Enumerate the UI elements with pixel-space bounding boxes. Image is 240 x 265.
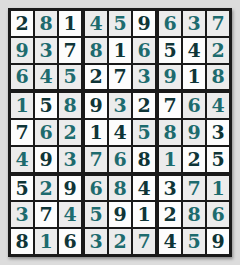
sudoku-cell-r9c5[interactable]: 2 [109,229,131,254]
sudoku-cell-r5c4[interactable]: 1 [85,120,107,145]
sudoku-cell-r7c2[interactable]: 2 [35,176,57,201]
sudoku-cell-r9c2[interactable]: 1 [35,229,57,254]
sudoku-cell-r9c8[interactable]: 5 [183,229,205,254]
sudoku-cell-r4c2[interactable]: 5 [35,93,57,118]
sudoku-box-1: 281937645 [11,11,81,89]
sudoku-cell-r4c6[interactable]: 2 [133,93,155,118]
sudoku-cell-r5c6[interactable]: 5 [133,120,155,145]
sudoku-cell-r9c9[interactable]: 9 [207,229,229,254]
sudoku-cell-r6c7[interactable]: 1 [159,147,181,172]
sudoku-cell-r9c7[interactable]: 4 [159,229,181,254]
sudoku-cell-r5c3[interactable]: 2 [59,120,81,145]
sudoku-box-5: 932145768 [85,93,155,171]
sudoku-cell-r7c6[interactable]: 4 [133,176,155,201]
sudoku-cell-r3c9[interactable]: 8 [207,65,229,90]
sudoku-box-8: 684591327 [85,176,155,254]
sudoku-cell-r3c4[interactable]: 2 [85,65,107,90]
sudoku-cell-r9c3[interactable]: 6 [59,229,81,254]
sudoku-cell-r8c6[interactable]: 1 [133,202,155,227]
sudoku-box-6: 764893125 [159,93,229,171]
sudoku-cell-r4c8[interactable]: 6 [183,93,205,118]
sudoku-cell-r1c1[interactable]: 2 [11,11,33,36]
sudoku-box-3: 637542918 [159,11,229,89]
sudoku-cell-r1c5[interactable]: 5 [109,11,131,36]
sudoku-cell-r2c1[interactable]: 9 [11,38,33,63]
sudoku-cell-r5c7[interactable]: 8 [159,120,181,145]
sudoku-cell-r4c5[interactable]: 3 [109,93,131,118]
sudoku-box-4: 158762493 [11,93,81,171]
sudoku-cell-r9c1[interactable]: 8 [11,229,33,254]
sudoku-cell-r1c2[interactable]: 8 [35,11,57,36]
sudoku-cell-r5c2[interactable]: 6 [35,120,57,145]
sudoku-cell-r6c9[interactable]: 5 [207,147,229,172]
sudoku-cell-r6c4[interactable]: 7 [85,147,107,172]
sudoku-cell-r6c2[interactable]: 9 [35,147,57,172]
sudoku-cell-r6c1[interactable]: 4 [11,147,33,172]
sudoku-cell-r2c6[interactable]: 6 [133,38,155,63]
sudoku-cell-r5c5[interactable]: 4 [109,120,131,145]
sudoku-cell-r3c1[interactable]: 6 [11,65,33,90]
sudoku-cell-r8c2[interactable]: 7 [35,202,57,227]
sudoku-cell-r8c4[interactable]: 5 [85,202,107,227]
sudoku-cell-r4c3[interactable]: 8 [59,93,81,118]
sudoku-cell-r4c9[interactable]: 4 [207,93,229,118]
sudoku-cell-r7c3[interactable]: 9 [59,176,81,201]
sudoku-cell-r2c8[interactable]: 4 [183,38,205,63]
sudoku-cell-r7c7[interactable]: 3 [159,176,181,201]
sudoku-cell-r1c4[interactable]: 4 [85,11,107,36]
sudoku-box-7: 529374816 [11,176,81,254]
sudoku-cell-r7c8[interactable]: 7 [183,176,205,201]
sudoku-cell-r6c6[interactable]: 8 [133,147,155,172]
sudoku-cell-r1c9[interactable]: 7 [207,11,229,36]
sudoku-cell-r9c6[interactable]: 7 [133,229,155,254]
sudoku-cell-r8c5[interactable]: 9 [109,202,131,227]
sudoku-cell-r2c4[interactable]: 8 [85,38,107,63]
sudoku-cell-r1c8[interactable]: 3 [183,11,205,36]
sudoku-cell-r5c8[interactable]: 9 [183,120,205,145]
sudoku-cell-r9c4[interactable]: 3 [85,229,107,254]
sudoku-cell-r4c4[interactable]: 9 [85,93,107,118]
sudoku-cell-r7c4[interactable]: 6 [85,176,107,201]
sudoku-cell-r3c2[interactable]: 4 [35,65,57,90]
sudoku-cell-r1c7[interactable]: 6 [159,11,181,36]
sudoku-cell-r3c8[interactable]: 1 [183,65,205,90]
sudoku-cell-r6c8[interactable]: 2 [183,147,205,172]
sudoku-cell-r8c3[interactable]: 4 [59,202,81,227]
sudoku-cell-r6c5[interactable]: 6 [109,147,131,172]
sudoku-cell-r2c2[interactable]: 3 [35,38,57,63]
sudoku-cell-r2c7[interactable]: 5 [159,38,181,63]
sudoku-cell-r4c1[interactable]: 1 [11,93,33,118]
sudoku-cell-r7c1[interactable]: 5 [11,176,33,201]
sudoku-cell-r5c1[interactable]: 7 [11,120,33,145]
sudoku-cell-r2c9[interactable]: 2 [207,38,229,63]
sudoku-cell-r3c3[interactable]: 5 [59,65,81,90]
sudoku-box-2: 459816273 [85,11,155,89]
sudoku-board: 2819376454598162736375429181587624939321… [8,8,232,257]
sudoku-cell-r3c7[interactable]: 9 [159,65,181,90]
sudoku-cell-r6c3[interactable]: 3 [59,147,81,172]
sudoku-box-9: 371286459 [159,176,229,254]
sudoku-cell-r2c5[interactable]: 1 [109,38,131,63]
sudoku-cell-r2c3[interactable]: 7 [59,38,81,63]
sudoku-cell-r1c3[interactable]: 1 [59,11,81,36]
sudoku-cell-r7c9[interactable]: 1 [207,176,229,201]
sudoku-cell-r3c6[interactable]: 3 [133,65,155,90]
sudoku-cell-r8c9[interactable]: 6 [207,202,229,227]
sudoku-cell-r5c9[interactable]: 3 [207,120,229,145]
sudoku-cell-r8c8[interactable]: 8 [183,202,205,227]
sudoku-cell-r8c1[interactable]: 3 [11,202,33,227]
sudoku-cell-r7c5[interactable]: 8 [109,176,131,201]
sudoku-cell-r1c6[interactable]: 9 [133,11,155,36]
sudoku-cell-r4c7[interactable]: 7 [159,93,181,118]
sudoku-cell-r3c5[interactable]: 7 [109,65,131,90]
sudoku-cell-r8c7[interactable]: 2 [159,202,181,227]
